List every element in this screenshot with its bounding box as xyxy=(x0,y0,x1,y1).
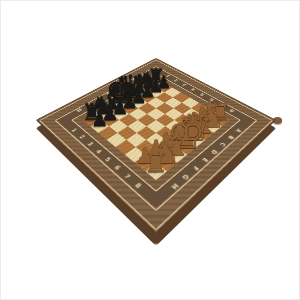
board-perspective-wrap: 12345678 12345678 ABCDEFGH ABCDEFGH ♜♞♝♛… xyxy=(1,1,299,299)
coord-label: H xyxy=(166,179,182,192)
piece-black-pawn[interactable]: ♟ xyxy=(76,110,124,129)
chess-set-photo: 12345678 12345678 ABCDEFGH ABCDEFGH ♜♞♝♛… xyxy=(0,0,300,300)
piece-white-rook[interactable]: ♜ xyxy=(132,149,180,176)
